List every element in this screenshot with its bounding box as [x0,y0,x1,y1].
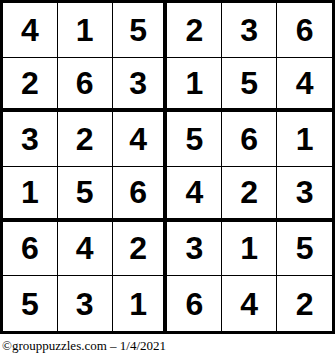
footer-copyright: ©grouppuzzles.com – 1/4/2021 [2,338,166,354]
cell-r6c1: 5 [3,276,58,331]
cell-r6c5: 4 [222,276,277,331]
cell-r2c4: 1 [167,58,222,113]
cell-r1c4: 2 [167,3,222,58]
cell-r2c3: 3 [113,58,168,113]
cell-r3c1: 3 [3,112,58,167]
cell-r6c2: 3 [58,276,113,331]
cell-r2c6: 4 [277,58,332,113]
cell-r3c4: 5 [167,112,222,167]
cell-r1c2: 1 [58,3,113,58]
cell-r1c5: 3 [222,3,277,58]
cell-r1c1: 4 [3,3,58,58]
cell-r1c6: 6 [277,3,332,58]
cell-r2c5: 5 [222,58,277,113]
sudoku-board: 4 1 5 2 3 6 2 6 3 1 5 4 3 2 4 5 6 1 1 5 … [0,0,335,334]
cell-r4c4: 4 [167,167,222,222]
cell-r5c3: 2 [113,222,168,277]
cell-r6c6: 2 [277,276,332,331]
cell-r5c2: 4 [58,222,113,277]
sudoku-page: 4 1 5 2 3 6 2 6 3 1 5 4 3 2 4 5 6 1 1 5 … [0,0,335,357]
cell-r4c2: 5 [58,167,113,222]
cell-r6c4: 6 [167,276,222,331]
cell-r5c1: 6 [3,222,58,277]
cell-r1c3: 5 [113,3,168,58]
cell-r3c2: 2 [58,112,113,167]
cell-r2c1: 2 [3,58,58,113]
cell-r2c2: 6 [58,58,113,113]
cell-r4c6: 3 [277,167,332,222]
cell-r4c5: 2 [222,167,277,222]
cell-r5c5: 1 [222,222,277,277]
cell-r5c4: 3 [167,222,222,277]
cell-r4c1: 1 [3,167,58,222]
cell-r3c6: 1 [277,112,332,167]
cell-r5c6: 5 [277,222,332,277]
cell-r3c5: 6 [222,112,277,167]
cell-r4c3: 6 [113,167,168,222]
cell-r3c3: 4 [113,112,168,167]
cell-r6c3: 1 [113,276,168,331]
